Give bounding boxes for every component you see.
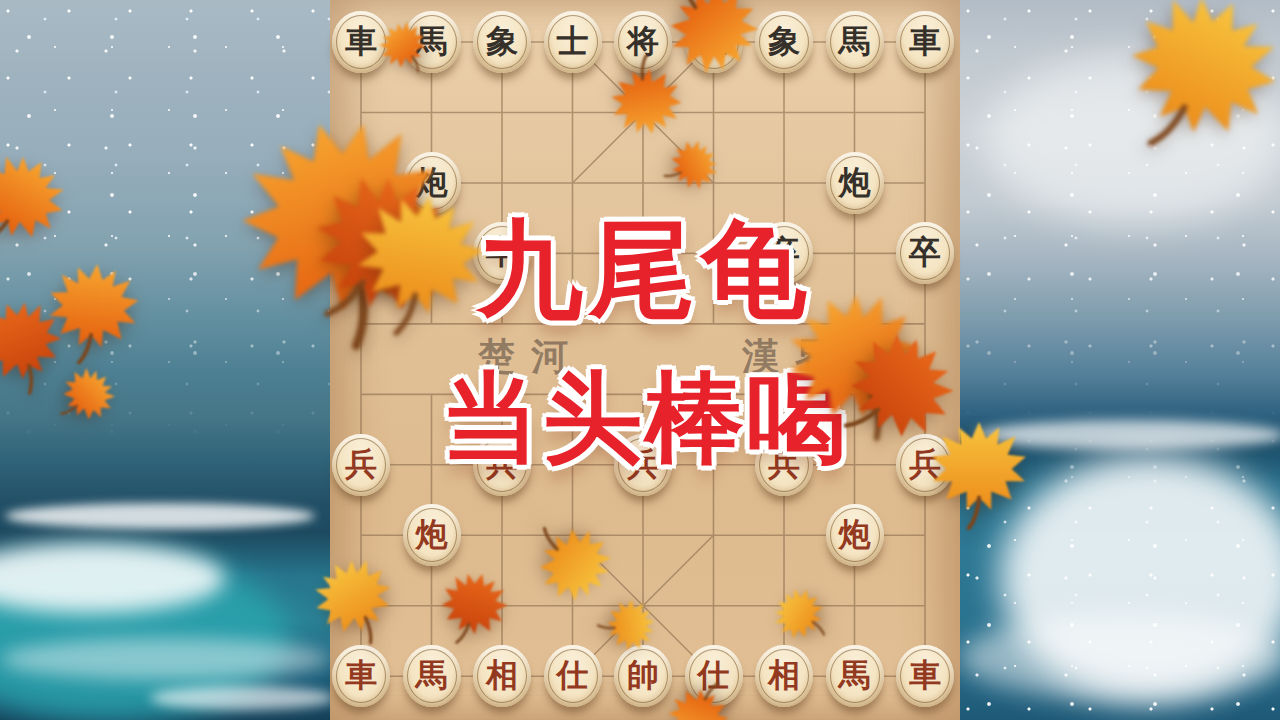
wave-foam xyxy=(0,543,225,613)
piece-black-馬[interactable]: 馬 xyxy=(403,11,461,73)
piece-red-馬[interactable]: 馬 xyxy=(826,645,884,707)
piece-label: 兵 xyxy=(909,448,941,480)
piece-red-兵[interactable]: 兵 xyxy=(755,434,813,496)
wave-foam xyxy=(985,55,1280,225)
piece-label: 車 xyxy=(909,25,941,57)
piece-label: 車 xyxy=(345,25,377,57)
video-frame: 楚河 漢界 車馬象士将士象馬車炮炮卒卒卒卒卒兵兵兵兵兵炮炮車馬相仕帥仕相馬車 九… xyxy=(0,0,1280,720)
piece-red-炮[interactable]: 炮 xyxy=(403,504,461,566)
piece-label: 馬 xyxy=(416,659,448,691)
wave-foam xyxy=(975,420,1280,450)
piece-label: 卒 xyxy=(768,236,800,268)
piece-label: 馬 xyxy=(416,25,448,57)
piece-label: 卒 xyxy=(486,236,518,268)
piece-label: 卒 xyxy=(909,236,941,268)
piece-label: 帥 xyxy=(627,659,659,691)
piece-label: 兵 xyxy=(486,448,518,480)
piece-label: 兵 xyxy=(345,448,377,480)
piece-label: 炮 xyxy=(839,518,871,550)
sea-background-left xyxy=(0,0,330,720)
piece-red-兵[interactable]: 兵 xyxy=(896,434,954,496)
piece-label: 兵 xyxy=(768,448,800,480)
piece-red-車[interactable]: 車 xyxy=(896,645,954,707)
piece-red-仕[interactable]: 仕 xyxy=(544,645,602,707)
glitter-overlay xyxy=(960,430,1280,720)
piece-red-帥[interactable]: 帥 xyxy=(614,645,672,707)
piece-label: 相 xyxy=(486,659,518,691)
piece-label: 象 xyxy=(768,25,800,57)
wave-crest xyxy=(0,552,290,720)
piece-red-兵[interactable]: 兵 xyxy=(332,434,390,496)
board-grid xyxy=(330,0,960,720)
piece-label: 士 xyxy=(557,25,589,57)
piece-red-兵[interactable]: 兵 xyxy=(473,434,531,496)
river-label-left: 楚河 xyxy=(478,332,584,382)
wave-foam xyxy=(5,503,315,529)
sea-background-right xyxy=(960,0,1280,720)
piece-label: 相 xyxy=(768,659,800,691)
piece-black-将[interactable]: 将 xyxy=(614,11,672,73)
glitter-overlay xyxy=(0,0,330,440)
piece-red-炮[interactable]: 炮 xyxy=(826,504,884,566)
piece-label: 卒 xyxy=(627,236,659,268)
piece-label: 炮 xyxy=(416,166,448,198)
river-label-right: 漢界 xyxy=(742,332,848,382)
piece-label: 仕 xyxy=(698,659,730,691)
glitter-overlay xyxy=(960,0,1280,420)
piece-label: 炮 xyxy=(416,518,448,550)
piece-red-相[interactable]: 相 xyxy=(473,645,531,707)
wave-foam xyxy=(150,686,335,710)
piece-label: 士 xyxy=(698,25,730,57)
piece-black-士[interactable]: 士 xyxy=(544,11,602,73)
piece-label: 仕 xyxy=(557,659,589,691)
piece-black-卒[interactable]: 卒 xyxy=(332,222,390,284)
piece-black-卒[interactable]: 卒 xyxy=(473,222,531,284)
piece-label: 馬 xyxy=(839,25,871,57)
piece-red-兵[interactable]: 兵 xyxy=(614,434,672,496)
piece-red-相[interactable]: 相 xyxy=(755,645,813,707)
piece-black-士[interactable]: 士 xyxy=(685,11,743,73)
piece-black-炮[interactable]: 炮 xyxy=(403,152,461,214)
piece-red-車[interactable]: 車 xyxy=(332,645,390,707)
piece-label: 馬 xyxy=(839,659,871,691)
piece-black-炮[interactable]: 炮 xyxy=(826,152,884,214)
xiangqi-board[interactable]: 楚河 漢界 車馬象士将士象馬車炮炮卒卒卒卒卒兵兵兵兵兵炮炮車馬相仕帥仕相馬車 xyxy=(330,0,960,720)
piece-label: 炮 xyxy=(839,166,871,198)
piece-label: 車 xyxy=(345,659,377,691)
piece-label: 兵 xyxy=(627,448,659,480)
wave-splash xyxy=(1000,455,1280,700)
piece-label: 象 xyxy=(486,25,518,57)
piece-label: 車 xyxy=(909,659,941,691)
piece-red-馬[interactable]: 馬 xyxy=(403,645,461,707)
piece-label: 将 xyxy=(627,25,659,57)
piece-black-卒[interactable]: 卒 xyxy=(614,222,672,284)
piece-black-馬[interactable]: 馬 xyxy=(826,11,884,73)
wave-foam xyxy=(960,615,1280,700)
piece-black-象[interactable]: 象 xyxy=(755,11,813,73)
wave-foam xyxy=(0,638,330,680)
piece-label: 卒 xyxy=(345,236,377,268)
piece-black-象[interactable]: 象 xyxy=(473,11,531,73)
piece-black-卒[interactable]: 卒 xyxy=(896,222,954,284)
piece-black-車[interactable]: 車 xyxy=(896,11,954,73)
piece-black-車[interactable]: 車 xyxy=(332,11,390,73)
piece-red-仕[interactable]: 仕 xyxy=(685,645,743,707)
piece-black-卒[interactable]: 卒 xyxy=(755,222,813,284)
